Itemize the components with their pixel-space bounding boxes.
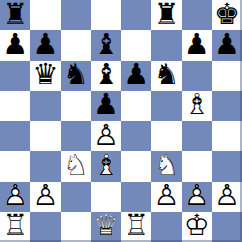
square-a3[interactable] bbox=[0, 151, 30, 181]
square-a5[interactable] bbox=[0, 91, 30, 121]
black-piece-glyph: ♞ bbox=[61, 61, 91, 91]
square-h8[interactable]: ♚ bbox=[212, 0, 242, 30]
black-piece-glyph: ♟ bbox=[182, 30, 212, 60]
square-d3[interactable]: ♝♗ bbox=[91, 151, 121, 181]
chess-board: ♜♜♚♟♟♝♟♟♛♞♝♟♞♟♝♗♟♙♞♘♝♗♞♘♟♙♟♙♟♙♟♙♟♙♜♖♛♕♜♖… bbox=[0, 0, 242, 242]
piece-black-queen[interactable]: ♛ bbox=[30, 61, 60, 91]
piece-white-pawn[interactable]: ♟♙ bbox=[182, 182, 212, 212]
square-h1[interactable] bbox=[212, 212, 242, 242]
square-h4[interactable] bbox=[212, 121, 242, 151]
square-a2[interactable]: ♟♙ bbox=[0, 182, 30, 212]
square-e2[interactable] bbox=[121, 182, 151, 212]
square-d8[interactable] bbox=[91, 0, 121, 30]
piece-white-bishop[interactable]: ♝♗ bbox=[182, 91, 212, 121]
white-piece-outline: ♙ bbox=[91, 121, 121, 151]
square-f6[interactable]: ♞ bbox=[151, 61, 181, 91]
black-piece-glyph: ♝ bbox=[91, 61, 121, 91]
square-b3[interactable] bbox=[30, 151, 60, 181]
white-piece-outline: ♙ bbox=[151, 182, 181, 212]
square-h5[interactable] bbox=[212, 91, 242, 121]
square-b8[interactable] bbox=[30, 0, 60, 30]
square-f8[interactable]: ♜ bbox=[151, 0, 181, 30]
square-e4[interactable] bbox=[121, 121, 151, 151]
piece-black-knight[interactable]: ♞ bbox=[151, 61, 181, 91]
piece-black-king[interactable]: ♚ bbox=[212, 0, 242, 30]
square-d6[interactable]: ♝ bbox=[91, 61, 121, 91]
white-piece-outline: ♗ bbox=[182, 91, 212, 121]
square-h3[interactable] bbox=[212, 151, 242, 181]
white-piece-outline: ♖ bbox=[121, 212, 151, 242]
square-g4[interactable] bbox=[182, 121, 212, 151]
white-piece-outline: ♘ bbox=[61, 151, 91, 181]
white-piece-outline: ♙ bbox=[182, 182, 212, 212]
square-f3[interactable]: ♞♘ bbox=[151, 151, 181, 181]
black-piece-glyph: ♟ bbox=[212, 30, 242, 60]
piece-black-bishop[interactable]: ♝ bbox=[91, 61, 121, 91]
black-piece-glyph: ♜ bbox=[151, 0, 181, 30]
piece-black-knight[interactable]: ♞ bbox=[61, 61, 91, 91]
black-piece-glyph: ♟ bbox=[0, 30, 30, 60]
square-c6[interactable]: ♞ bbox=[61, 61, 91, 91]
square-b2[interactable]: ♟♙ bbox=[30, 182, 60, 212]
square-b4[interactable] bbox=[30, 121, 60, 151]
square-d2[interactable] bbox=[91, 182, 121, 212]
square-a8[interactable]: ♜ bbox=[0, 0, 30, 30]
piece-white-pawn[interactable]: ♟♙ bbox=[0, 182, 30, 212]
white-piece-outline: ♙ bbox=[212, 182, 242, 212]
square-g1[interactable]: ♚♔ bbox=[182, 212, 212, 242]
square-g7[interactable]: ♟ bbox=[182, 30, 212, 60]
square-d7[interactable]: ♝ bbox=[91, 30, 121, 60]
black-piece-glyph: ♚ bbox=[212, 0, 242, 30]
square-a6[interactable] bbox=[0, 61, 30, 91]
piece-white-pawn[interactable]: ♟♙ bbox=[151, 182, 181, 212]
piece-white-rook[interactable]: ♜♖ bbox=[121, 212, 151, 242]
square-g5[interactable]: ♝♗ bbox=[182, 91, 212, 121]
square-b6[interactable]: ♛ bbox=[30, 61, 60, 91]
piece-white-knight[interactable]: ♞♘ bbox=[151, 151, 181, 181]
piece-black-rook[interactable]: ♜ bbox=[0, 0, 30, 30]
white-piece-outline: ♖ bbox=[0, 212, 30, 242]
square-b1[interactable] bbox=[30, 212, 60, 242]
square-h6[interactable] bbox=[212, 61, 242, 91]
piece-white-queen[interactable]: ♛♕ bbox=[91, 212, 121, 242]
square-g8[interactable] bbox=[182, 0, 212, 30]
piece-white-king[interactable]: ♚♔ bbox=[182, 212, 212, 242]
black-piece-glyph: ♞ bbox=[151, 61, 181, 91]
square-c7[interactable] bbox=[61, 30, 91, 60]
piece-black-pawn[interactable]: ♟ bbox=[91, 91, 121, 121]
piece-white-pawn[interactable]: ♟♙ bbox=[212, 182, 242, 212]
black-piece-glyph: ♛ bbox=[30, 61, 60, 91]
square-e3[interactable] bbox=[121, 151, 151, 181]
square-e5[interactable] bbox=[121, 91, 151, 121]
white-piece-outline: ♕ bbox=[91, 212, 121, 242]
white-piece-outline: ♘ bbox=[151, 151, 181, 181]
square-d4[interactable]: ♟♙ bbox=[91, 121, 121, 151]
square-c8[interactable] bbox=[61, 0, 91, 30]
square-g3[interactable] bbox=[182, 151, 212, 181]
square-e7[interactable] bbox=[121, 30, 151, 60]
white-piece-outline: ♙ bbox=[30, 182, 60, 212]
square-d1[interactable]: ♛♕ bbox=[91, 212, 121, 242]
piece-black-pawn[interactable]: ♟ bbox=[0, 30, 30, 60]
square-h2[interactable]: ♟♙ bbox=[212, 182, 242, 212]
square-f1[interactable] bbox=[151, 212, 181, 242]
square-c3[interactable]: ♞♘ bbox=[61, 151, 91, 181]
square-b7[interactable]: ♟ bbox=[30, 30, 60, 60]
square-g6[interactable] bbox=[182, 61, 212, 91]
piece-black-rook[interactable]: ♜ bbox=[151, 0, 181, 30]
black-piece-glyph: ♟ bbox=[121, 61, 151, 91]
square-e1[interactable]: ♜♖ bbox=[121, 212, 151, 242]
piece-white-knight[interactable]: ♞♘ bbox=[61, 151, 91, 181]
square-c4[interactable] bbox=[61, 121, 91, 151]
piece-black-pawn[interactable]: ♟ bbox=[30, 30, 60, 60]
black-piece-glyph: ♝ bbox=[91, 30, 121, 60]
square-c1[interactable] bbox=[61, 212, 91, 242]
square-e6[interactable]: ♟ bbox=[121, 61, 151, 91]
square-f4[interactable] bbox=[151, 121, 181, 151]
piece-black-pawn[interactable]: ♟ bbox=[212, 30, 242, 60]
square-a1[interactable]: ♜♖ bbox=[0, 212, 30, 242]
white-piece-outline: ♔ bbox=[182, 212, 212, 242]
square-b5[interactable] bbox=[30, 91, 60, 121]
piece-white-pawn[interactable]: ♟♙ bbox=[30, 182, 60, 212]
square-f5[interactable] bbox=[151, 91, 181, 121]
white-piece-outline: ♙ bbox=[0, 182, 30, 212]
square-f2[interactable]: ♟♙ bbox=[151, 182, 181, 212]
square-d5[interactable]: ♟ bbox=[91, 91, 121, 121]
square-a4[interactable] bbox=[0, 121, 30, 151]
black-piece-glyph: ♟ bbox=[91, 91, 121, 121]
black-piece-glyph: ♜ bbox=[0, 0, 30, 30]
piece-white-pawn[interactable]: ♟♙ bbox=[91, 121, 121, 151]
piece-black-bishop[interactable]: ♝ bbox=[91, 30, 121, 60]
square-a7[interactable]: ♟ bbox=[0, 30, 30, 60]
square-f7[interactable] bbox=[151, 30, 181, 60]
square-e8[interactable] bbox=[121, 0, 151, 30]
square-c5[interactable] bbox=[61, 91, 91, 121]
square-g2[interactable]: ♟♙ bbox=[182, 182, 212, 212]
square-h7[interactable]: ♟ bbox=[212, 30, 242, 60]
black-piece-glyph: ♟ bbox=[30, 30, 60, 60]
piece-black-pawn[interactable]: ♟ bbox=[121, 61, 151, 91]
piece-black-pawn[interactable]: ♟ bbox=[182, 30, 212, 60]
square-c2[interactable] bbox=[61, 182, 91, 212]
piece-white-bishop[interactable]: ♝♗ bbox=[91, 151, 121, 181]
white-piece-outline: ♗ bbox=[91, 151, 121, 181]
piece-white-rook[interactable]: ♜♖ bbox=[0, 212, 30, 242]
